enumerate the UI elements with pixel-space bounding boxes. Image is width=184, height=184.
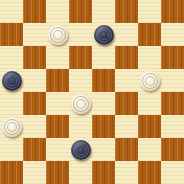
square-a5[interactable]: ⛂ [0, 69, 23, 92]
square-h4[interactable] [161, 92, 184, 115]
white-man-c7[interactable]: ⛀ [48, 25, 68, 45]
black-man-e7[interactable]: ⛂ [94, 25, 114, 45]
square-e4[interactable] [92, 92, 115, 115]
square-f8[interactable] [115, 0, 138, 23]
square-c4[interactable] [46, 92, 69, 115]
square-a4[interactable] [0, 92, 23, 115]
square-d6[interactable] [69, 46, 92, 69]
square-c5[interactable] [46, 69, 69, 92]
square-b7[interactable] [23, 23, 46, 46]
square-a3[interactable]: ⛀ [0, 115, 23, 138]
square-g7[interactable] [138, 23, 161, 46]
square-e1[interactable] [92, 161, 115, 184]
square-b5[interactable] [23, 69, 46, 92]
square-h8[interactable] [161, 0, 184, 23]
square-h2[interactable] [161, 138, 184, 161]
square-e8[interactable] [92, 0, 115, 23]
square-d7[interactable] [69, 23, 92, 46]
square-c2[interactable] [46, 138, 69, 161]
square-h3[interactable] [161, 115, 184, 138]
square-g3[interactable] [138, 115, 161, 138]
white-man-a3[interactable]: ⛀ [2, 117, 22, 137]
square-a2[interactable] [0, 138, 23, 161]
square-b8[interactable] [23, 0, 46, 23]
black-man-d2[interactable]: ⛂ [71, 140, 91, 160]
square-h1[interactable] [161, 161, 184, 184]
square-a1[interactable] [0, 161, 23, 184]
square-g1[interactable] [138, 161, 161, 184]
square-d2[interactable]: ⛂ [69, 138, 92, 161]
square-d3[interactable] [69, 115, 92, 138]
square-f7[interactable] [115, 23, 138, 46]
square-b6[interactable] [23, 46, 46, 69]
square-f3[interactable] [115, 115, 138, 138]
square-c1[interactable] [46, 161, 69, 184]
square-e5[interactable] [92, 69, 115, 92]
square-h5[interactable] [161, 69, 184, 92]
square-a6[interactable] [0, 46, 23, 69]
square-d4[interactable]: ⛀ [69, 92, 92, 115]
square-c6[interactable] [46, 46, 69, 69]
square-g8[interactable] [138, 0, 161, 23]
square-b1[interactable] [23, 161, 46, 184]
black-man-a5[interactable]: ⛂ [2, 71, 22, 91]
square-h7[interactable] [161, 23, 184, 46]
square-g6[interactable] [138, 46, 161, 69]
square-b3[interactable] [23, 115, 46, 138]
square-d5[interactable] [69, 69, 92, 92]
square-b2[interactable] [23, 138, 46, 161]
white-man-d4[interactable]: ⛀ [71, 94, 91, 114]
square-g5[interactable]: ⛀ [138, 69, 161, 92]
square-a8[interactable] [0, 0, 23, 23]
square-f6[interactable] [115, 46, 138, 69]
square-g2[interactable] [138, 138, 161, 161]
square-f1[interactable] [115, 161, 138, 184]
square-c7[interactable]: ⛀ [46, 23, 69, 46]
square-g4[interactable] [138, 92, 161, 115]
square-d8[interactable] [69, 0, 92, 23]
square-e6[interactable] [92, 46, 115, 69]
square-f4[interactable] [115, 92, 138, 115]
square-d1[interactable] [69, 161, 92, 184]
square-b4[interactable] [23, 92, 46, 115]
square-f5[interactable] [115, 69, 138, 92]
square-f2[interactable] [115, 138, 138, 161]
square-e2[interactable] [92, 138, 115, 161]
square-e7[interactable]: ⛂ [92, 23, 115, 46]
square-a7[interactable] [0, 23, 23, 46]
checkers-board: ⛀⛂⛂⛀⛀⛀⛂ [0, 0, 184, 184]
square-e3[interactable] [92, 115, 115, 138]
white-man-g5[interactable]: ⛀ [140, 71, 160, 91]
square-c3[interactable] [46, 115, 69, 138]
square-c8[interactable] [46, 0, 69, 23]
square-h6[interactable] [161, 46, 184, 69]
